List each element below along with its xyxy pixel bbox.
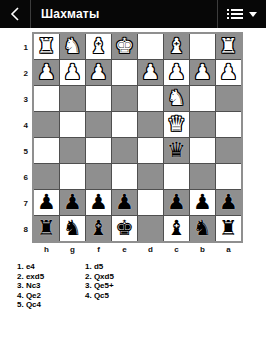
square-e2[interactable] (112, 60, 137, 85)
file-label-h: h (34, 245, 59, 254)
square-a5[interactable] (216, 138, 241, 163)
square-a7[interactable]: ♟ (216, 190, 241, 215)
square-f5[interactable] (86, 138, 111, 163)
black-rook-icon: ♜ (219, 218, 238, 239)
move-item: 5. Qc4 (17, 300, 47, 310)
white-king-icon: ♚ (115, 36, 134, 57)
square-e1[interactable]: ♚ (112, 34, 137, 59)
square-c5[interactable]: ♛ (164, 138, 189, 163)
black-pawn-icon: ♟ (219, 192, 238, 213)
square-d4[interactable] (138, 112, 163, 137)
rank-label-7: 7 (0, 190, 32, 216)
square-b6[interactable] (190, 164, 215, 189)
rank-label-6: 6 (0, 164, 32, 190)
white-knight-icon: ♞ (167, 88, 186, 109)
move-item: 4. Qc5 (85, 291, 115, 301)
square-g1[interactable]: ♞ (60, 34, 85, 59)
square-b5[interactable] (190, 138, 215, 163)
rank-label-4: 4 (0, 112, 32, 138)
rank-label-8: 8 (0, 216, 32, 242)
black-king-icon: ♚ (115, 218, 134, 239)
square-e6[interactable] (112, 164, 137, 189)
square-c6[interactable] (164, 164, 189, 189)
chess-app-screen: Шахматы 12345678 ♜♞♝♚♝♜♟♟♟♟♟♟♟♞♛♛♟♟♟♟♟♟♟… (0, 0, 266, 310)
square-b7[interactable]: ♟ (190, 190, 215, 215)
move-item: 1. d5 (85, 262, 115, 272)
chess-board: ♜♞♝♚♝♜♟♟♟♟♟♟♟♞♛♛♟♟♟♟♟♟♟♜♞♝♚♝♞♜ (32, 32, 243, 243)
square-f8[interactable]: ♝ (86, 216, 111, 241)
square-c2[interactable]: ♟ (164, 60, 189, 85)
black-knight-icon: ♞ (193, 218, 212, 239)
square-h7[interactable]: ♟ (34, 190, 59, 215)
move-item: 4. Qe2 (17, 291, 47, 301)
black-pawn-icon: ♟ (167, 192, 186, 213)
square-e7[interactable]: ♟ (112, 190, 137, 215)
square-d8[interactable] (138, 216, 163, 241)
square-a1[interactable]: ♜ (216, 34, 241, 59)
square-d6[interactable] (138, 164, 163, 189)
square-f4[interactable] (86, 112, 111, 137)
file-label-g: g (60, 245, 85, 254)
square-e3[interactable] (112, 86, 137, 111)
square-h1[interactable]: ♜ (34, 34, 59, 59)
menu-button[interactable] (218, 0, 266, 28)
file-label-d: d (138, 245, 163, 254)
list-menu-icon (227, 7, 243, 21)
white-pawn-icon: ♟ (219, 62, 238, 83)
square-d1[interactable] (138, 34, 163, 59)
move-item: 3. Qe5+ (85, 281, 115, 291)
square-f3[interactable] (86, 86, 111, 111)
move-item: 3. Nc3 (17, 281, 47, 291)
square-g8[interactable]: ♞ (60, 216, 85, 241)
topbar-divider-left (30, 0, 31, 28)
square-h6[interactable] (34, 164, 59, 189)
rank-labels: 12345678 (0, 32, 32, 243)
caret-down-icon (249, 12, 257, 17)
white-rook-icon: ♜ (219, 36, 238, 57)
square-h4[interactable] (34, 112, 59, 137)
square-c3[interactable]: ♞ (164, 86, 189, 111)
file-label-c: c (164, 245, 189, 254)
black-knight-icon: ♞ (63, 218, 82, 239)
white-pawn-icon: ♟ (63, 62, 82, 83)
square-g2[interactable]: ♟ (60, 60, 85, 85)
black-pawn-icon: ♟ (37, 192, 56, 213)
square-f6[interactable] (86, 164, 111, 189)
square-a3[interactable] (216, 86, 241, 111)
black-pawn-icon: ♟ (63, 192, 82, 213)
rank-label-1: 1 (0, 34, 32, 60)
square-b2[interactable]: ♟ (190, 60, 215, 85)
rank-label-2: 2 (0, 60, 32, 86)
white-pawn-icon: ♟ (37, 62, 56, 83)
white-moves-column: 1. e42. exd53. Nc34. Qe25. Qc4 (17, 262, 47, 310)
white-pawn-icon: ♟ (193, 62, 212, 83)
square-c7[interactable]: ♟ (164, 190, 189, 215)
black-pawn-icon: ♟ (115, 192, 134, 213)
file-labels: hgfedcba (34, 245, 266, 254)
file-label-b: b (190, 245, 215, 254)
back-button[interactable] (0, 0, 30, 28)
board-section: 12345678 ♜♞♝♚♝♜♟♟♟♟♟♟♟♞♛♛♟♟♟♟♟♟♟♜♞♝♚♝♞♜ … (0, 32, 266, 310)
move-list: 1. e42. exd53. Nc34. Qe25. Qc4 1. d52. Q… (17, 262, 266, 310)
move-item: 2. Qxd5 (85, 272, 115, 282)
file-label-e: e (112, 245, 137, 254)
square-d2[interactable]: ♟ (138, 60, 163, 85)
square-d5[interactable] (138, 138, 163, 163)
move-item: 1. e4 (17, 262, 47, 272)
rank-label-5: 5 (0, 138, 32, 164)
black-pawn-icon: ♟ (193, 192, 212, 213)
white-knight-icon: ♞ (63, 36, 82, 57)
white-rook-icon: ♜ (37, 36, 56, 57)
square-g6[interactable] (60, 164, 85, 189)
square-g7[interactable]: ♟ (60, 190, 85, 215)
rank-label-3: 3 (0, 86, 32, 112)
square-g3[interactable] (60, 86, 85, 111)
top-bar: Шахматы (0, 0, 266, 28)
square-c4[interactable]: ♛ (164, 112, 189, 137)
square-g4[interactable] (60, 112, 85, 137)
black-bishop-icon: ♝ (167, 218, 186, 239)
page-title: Шахматы (41, 7, 99, 21)
square-d3[interactable] (138, 86, 163, 111)
square-f7[interactable]: ♟ (86, 190, 111, 215)
square-a2[interactable]: ♟ (216, 60, 241, 85)
white-pawn-icon: ♟ (141, 62, 160, 83)
black-rook-icon: ♜ (37, 218, 56, 239)
square-a8[interactable]: ♜ (216, 216, 241, 241)
square-a4[interactable] (216, 112, 241, 137)
black-bishop-icon: ♝ (89, 218, 108, 239)
square-h2[interactable]: ♟ (34, 60, 59, 85)
square-a6[interactable] (216, 164, 241, 189)
square-b8[interactable]: ♞ (190, 216, 215, 241)
file-label-a: a (216, 245, 241, 254)
black-pawn-icon: ♟ (89, 192, 108, 213)
square-c1[interactable]: ♝ (164, 34, 189, 59)
square-g5[interactable] (60, 138, 85, 163)
white-queen-icon: ♛ (167, 114, 186, 135)
square-d7[interactable] (138, 190, 163, 215)
chevron-left-icon (9, 6, 21, 22)
square-h5[interactable] (34, 138, 59, 163)
square-b1[interactable] (190, 34, 215, 59)
white-bishop-icon: ♝ (89, 36, 108, 57)
white-pawn-icon: ♟ (89, 62, 108, 83)
square-e8[interactable]: ♚ (112, 216, 137, 241)
square-e5[interactable] (112, 138, 137, 163)
square-h3[interactable] (34, 86, 59, 111)
square-h8[interactable]: ♜ (34, 216, 59, 241)
square-f1[interactable]: ♝ (86, 34, 111, 59)
black-queen-icon: ♛ (167, 140, 186, 161)
square-b3[interactable] (190, 86, 215, 111)
square-c8[interactable]: ♝ (164, 216, 189, 241)
square-f2[interactable]: ♟ (86, 60, 111, 85)
square-b4[interactable] (190, 112, 215, 137)
white-bishop-icon: ♝ (167, 36, 186, 57)
white-pawn-icon: ♟ (167, 62, 186, 83)
file-label-f: f (86, 245, 111, 254)
move-item: 2. exd5 (17, 272, 47, 282)
black-moves-column: 1. d52. Qxd53. Qe5+4. Qc5 (85, 262, 115, 310)
square-e4[interactable] (112, 112, 137, 137)
